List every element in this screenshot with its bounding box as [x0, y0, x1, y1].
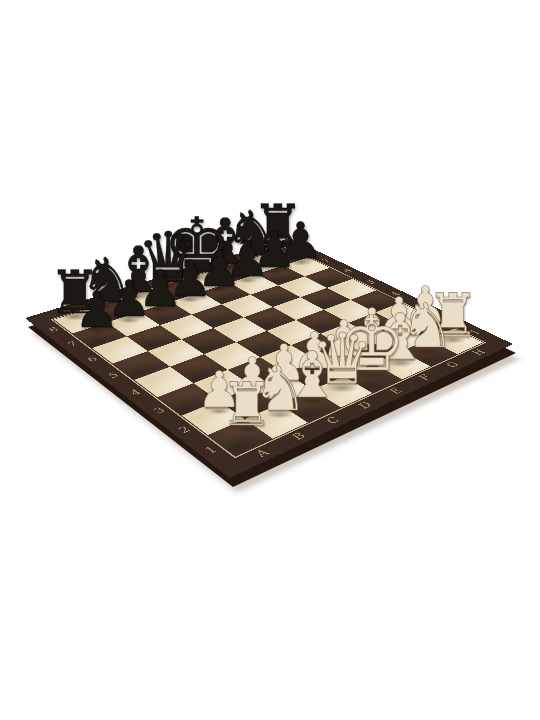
chessboard-photo: AABBCCDDEEFFGGHH8877665544332211 ♜♞♝♛♚♝♞… — [0, 0, 540, 720]
piece-black-pawn-a7[interactable]: ♟ — [74, 285, 119, 335]
piece-white-rook-a1[interactable]: ♜ — [220, 374, 274, 434]
